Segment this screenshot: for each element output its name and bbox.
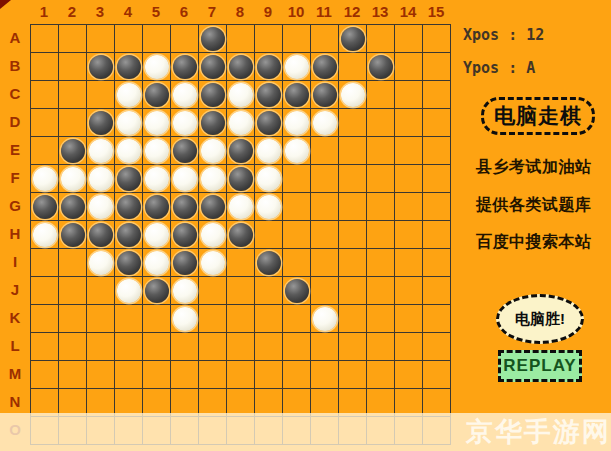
board-cell-E1[interactable] [31,137,59,165]
board-cell-H15[interactable] [423,221,451,249]
column-label-1: 1 [30,0,58,23]
board-cell-K5[interactable] [143,305,171,333]
black-stone [229,223,253,247]
board-cell-H8[interactable] [227,221,255,249]
white-stone [117,111,141,135]
board-cell-H14[interactable] [395,221,423,249]
board-cell-H11[interactable] [311,221,339,249]
board-cell-E11[interactable] [311,137,339,165]
board-cell-C14[interactable] [395,81,423,109]
board-cell-I9[interactable] [255,249,283,277]
white-stone [173,83,197,107]
black-stone [313,83,337,107]
board-cell-J8[interactable] [227,277,255,305]
white-stone [313,111,337,135]
board-cell-J3[interactable] [87,277,115,305]
board-cell-J9[interactable] [255,277,283,305]
board-cell-M12[interactable] [339,361,367,389]
column-label-10: 10 [282,0,310,23]
board-cell-E12[interactable] [339,137,367,165]
white-stone [117,279,141,303]
board-cell-G8[interactable] [227,193,255,221]
board-cell-A7[interactable] [199,25,227,53]
board-cell-K9[interactable] [255,305,283,333]
board-cell-B5[interactable] [143,53,171,81]
black-stone [341,27,365,51]
board-cell-C8[interactable] [227,81,255,109]
board-cell-G3[interactable] [87,193,115,221]
black-stone [229,167,253,191]
board-cell-H3[interactable] [87,221,115,249]
board-cell-M3[interactable] [87,361,115,389]
board-cell-G13[interactable] [367,193,395,221]
promo-line: 提供各类试题库 [476,195,596,216]
board-cell-L11[interactable] [311,333,339,361]
board-cell-F8[interactable] [227,165,255,193]
column-label-3: 3 [86,0,114,23]
board-cell-L12[interactable] [339,333,367,361]
white-stone [285,111,309,135]
board-cell-C7[interactable] [199,81,227,109]
board-cell-L15[interactable] [423,333,451,361]
white-stone [173,279,197,303]
board-cell-K11[interactable] [311,305,339,333]
watermark-text: 京华手游网 [466,413,611,451]
board-cell-G6[interactable] [171,193,199,221]
board-cell-H10[interactable] [283,221,311,249]
board-cell-K12[interactable] [339,305,367,333]
black-stone [201,195,225,219]
white-stone [89,251,113,275]
board-cell-K7[interactable] [199,305,227,333]
board-cell-K4[interactable] [115,305,143,333]
board-cell-G11[interactable] [311,193,339,221]
row-label-H: H [0,220,30,248]
column-label-9: 9 [254,0,282,23]
board-cell-B12[interactable] [339,53,367,81]
white-stone [61,167,85,191]
black-stone [173,55,197,79]
board-cell-C12[interactable] [339,81,367,109]
row-label-C: C [0,80,30,108]
board-cell-E7[interactable] [199,137,227,165]
white-stone [257,167,281,191]
black-stone [117,55,141,79]
column-label-6: 6 [170,0,198,23]
row-label-N: N [0,388,30,416]
board-cell-L4[interactable] [115,333,143,361]
board-cell-D6[interactable] [171,109,199,137]
board-cell-J6[interactable] [171,277,199,305]
board-cell-D8[interactable] [227,109,255,137]
board-cell-I2[interactable] [59,249,87,277]
board-cell-D1[interactable] [31,109,59,137]
column-label-11: 11 [310,0,338,23]
board-cell-J5[interactable] [143,277,171,305]
row-label-J: J [0,276,30,304]
board-cell-L1[interactable] [31,333,59,361]
board-cell-C10[interactable] [283,81,311,109]
black-stone [173,251,197,275]
board-cell-I12[interactable] [339,249,367,277]
board-cell-C2[interactable] [59,81,87,109]
white-stone [285,139,309,163]
row-labels: ABCDEFGHIJKLMNO [0,24,30,444]
black-stone [117,195,141,219]
board-cell-B7[interactable] [199,53,227,81]
board-cell-L9[interactable] [255,333,283,361]
board-cell-M2[interactable] [59,361,87,389]
board-cell-H1[interactable] [31,221,59,249]
board-cell-F1[interactable] [31,165,59,193]
board-cell-G14[interactable] [395,193,423,221]
white-stone [173,307,197,331]
board-cell-M10[interactable] [283,361,311,389]
black-stone [285,83,309,107]
black-stone [257,111,281,135]
black-stone [117,223,141,247]
board-cell-A2[interactable] [59,25,87,53]
board-cell-I15[interactable] [423,249,451,277]
board-cell-D4[interactable] [115,109,143,137]
board-cell-D15[interactable] [423,109,451,137]
white-stone [145,55,169,79]
board-cell-E4[interactable] [115,137,143,165]
black-stone [173,139,197,163]
board-cell-D10[interactable] [283,109,311,137]
board-cell-B10[interactable] [283,53,311,81]
white-stone [89,195,113,219]
column-label-7: 7 [198,0,226,23]
board-cell-J14[interactable] [395,277,423,305]
board-cell-H12[interactable] [339,221,367,249]
board-cell-G15[interactable] [423,193,451,221]
board-cell-K15[interactable] [423,305,451,333]
white-stone [201,223,225,247]
board-cell-D11[interactable] [311,109,339,137]
promo-line: 百度中搜索本站 [476,232,596,253]
board-cell-A9[interactable] [255,25,283,53]
board-cell-L5[interactable] [143,333,171,361]
board-cell-K3[interactable] [87,305,115,333]
row-label-B: B [0,52,30,80]
board-cell-L10[interactable] [283,333,311,361]
row-label-F: F [0,164,30,192]
black-stone [89,111,113,135]
board-cell-J7[interactable] [199,277,227,305]
board-cell-C5[interactable] [143,81,171,109]
board-cell-I11[interactable] [311,249,339,277]
board-cell-H6[interactable] [171,221,199,249]
row-label-M: M [0,360,30,388]
black-stone [201,55,225,79]
board-cell-I3[interactable] [87,249,115,277]
board-cell-L3[interactable] [87,333,115,361]
white-stone [285,55,309,79]
black-stone [89,55,113,79]
column-label-5: 5 [142,0,170,23]
board-cell-E2[interactable] [59,137,87,165]
board-cell-H5[interactable] [143,221,171,249]
board-cell-A3[interactable] [87,25,115,53]
board-cell-C11[interactable] [311,81,339,109]
board-cell-A6[interactable] [171,25,199,53]
promo-line: 县乡考试加油站 [476,157,596,178]
board-cell-G1[interactable] [31,193,59,221]
board-cell-M4[interactable] [115,361,143,389]
board-cell-A13[interactable] [367,25,395,53]
board-cell-B6[interactable] [171,53,199,81]
board-cell-M11[interactable] [311,361,339,389]
board-cell-F10[interactable] [283,165,311,193]
corner-mark [0,0,11,9]
board-cell-I4[interactable] [115,249,143,277]
white-stone [229,195,253,219]
board-cell-D5[interactable] [143,109,171,137]
board-cell-K2[interactable] [59,305,87,333]
column-label-2: 2 [58,0,86,23]
row-label-L: L [0,332,30,360]
board-cell-A10[interactable] [283,25,311,53]
white-stone [229,111,253,135]
board-cell-G5[interactable] [143,193,171,221]
black-stone [369,55,393,79]
board-cell-M1[interactable] [31,361,59,389]
board-cell-D12[interactable] [339,109,367,137]
board-cell-J2[interactable] [59,277,87,305]
row-label-G: G [0,192,30,220]
white-stone [117,83,141,107]
black-stone [61,139,85,163]
board-cell-D2[interactable] [59,109,87,137]
black-stone [145,279,169,303]
board-cell-M7[interactable] [199,361,227,389]
white-stone [313,307,337,331]
board-cell-I6[interactable] [171,249,199,277]
board-cell-L14[interactable] [395,333,423,361]
board-cell-C3[interactable] [87,81,115,109]
column-label-12: 12 [338,0,366,23]
board-cell-F15[interactable] [423,165,451,193]
white-stone [145,251,169,275]
board-cell-K8[interactable] [227,305,255,333]
board-cell-G2[interactable] [59,193,87,221]
row-label-E: E [0,136,30,164]
board-cell-B2[interactable] [59,53,87,81]
board-cell-L7[interactable] [199,333,227,361]
board-cell-D7[interactable] [199,109,227,137]
board-cell-M14[interactable] [395,361,423,389]
board-cell-K6[interactable] [171,305,199,333]
board-cell-K13[interactable] [367,305,395,333]
board-cell-I7[interactable] [199,249,227,277]
board-cell-M6[interactable] [171,361,199,389]
board-cell-A15[interactable] [423,25,451,53]
board-cell-C4[interactable] [115,81,143,109]
board-cell-E6[interactable] [171,137,199,165]
gomoku-board [30,24,451,445]
white-stone [201,139,225,163]
white-stone [257,195,281,219]
white-stone [201,167,225,191]
board-cell-D14[interactable] [395,109,423,137]
board-cell-A11[interactable] [311,25,339,53]
board-cell-A5[interactable] [143,25,171,53]
board-cell-E5[interactable] [143,137,171,165]
board-cell-H9[interactable] [255,221,283,249]
board-cell-I13[interactable] [367,249,395,277]
row-label-K: K [0,304,30,332]
white-stone [145,223,169,247]
board-cell-L8[interactable] [227,333,255,361]
board-cell-G12[interactable] [339,193,367,221]
black-stone [117,167,141,191]
column-label-4: 4 [114,0,142,23]
board-cell-L2[interactable] [59,333,87,361]
board-cell-I1[interactable] [31,249,59,277]
board-cell-F4[interactable] [115,165,143,193]
white-stone [145,139,169,163]
board-cell-A14[interactable] [395,25,423,53]
board-cell-B11[interactable] [311,53,339,81]
black-stone [173,223,197,247]
board-cell-E8[interactable] [227,137,255,165]
black-stone [229,139,253,163]
board-cell-C1[interactable] [31,81,59,109]
black-stone [173,195,197,219]
board-cell-B13[interactable] [367,53,395,81]
board-cell-B15[interactable] [423,53,451,81]
row-label-A: A [0,24,30,52]
black-stone [61,195,85,219]
board-cell-G10[interactable] [283,193,311,221]
board-cell-J1[interactable] [31,277,59,305]
board-cell-J12[interactable] [339,277,367,305]
board-cell-J10[interactable] [283,277,311,305]
board-cell-E9[interactable] [255,137,283,165]
board-cell-E13[interactable] [367,137,395,165]
black-stone [201,83,225,107]
board-cell-F12[interactable] [339,165,367,193]
board-cell-B8[interactable] [227,53,255,81]
board-cell-F3[interactable] [87,165,115,193]
board-cell-E14[interactable] [395,137,423,165]
white-stone [145,111,169,135]
board-cell-L13[interactable] [367,333,395,361]
board-cell-J11[interactable] [311,277,339,305]
board-cell-E10[interactable] [283,137,311,165]
column-label-13: 13 [366,0,394,23]
black-stone [145,83,169,107]
column-label-8: 8 [226,0,254,23]
board-cell-H13[interactable] [367,221,395,249]
board-cell-B9[interactable] [255,53,283,81]
board-cell-F6[interactable] [171,165,199,193]
board-cell-M8[interactable] [227,361,255,389]
board-cell-G9[interactable] [255,193,283,221]
board-cell-C6[interactable] [171,81,199,109]
board-cell-C13[interactable] [367,81,395,109]
board-cell-B14[interactable] [395,53,423,81]
board-cell-I10[interactable] [283,249,311,277]
board-cell-K1[interactable] [31,305,59,333]
board-cell-H7[interactable] [199,221,227,249]
board-cell-F9[interactable] [255,165,283,193]
board-cell-G4[interactable] [115,193,143,221]
board-cell-F2[interactable] [59,165,87,193]
board-cell-E3[interactable] [87,137,115,165]
board-cell-K10[interactable] [283,305,311,333]
board-cell-I5[interactable] [143,249,171,277]
board-cell-A4[interactable] [115,25,143,53]
white-stone [33,223,57,247]
column-label-15: 15 [422,0,450,23]
result-badge: 电脑胜! [496,294,584,344]
black-stone [201,111,225,135]
black-stone [229,55,253,79]
column-labels: 123456789101112131415 [30,0,450,23]
board-cell-A1[interactable] [31,25,59,53]
board-cell-E15[interactable] [423,137,451,165]
board-cell-H4[interactable] [115,221,143,249]
board-cell-A12[interactable] [339,25,367,53]
computer-move-button[interactable]: 电脑走棋 [481,97,595,135]
board-cell-C9[interactable] [255,81,283,109]
black-stone [117,251,141,275]
board-cell-C15[interactable] [423,81,451,109]
white-stone [145,167,169,191]
board-cell-F11[interactable] [311,165,339,193]
white-stone [229,83,253,107]
board-cell-G7[interactable] [199,193,227,221]
board-cell-D9[interactable] [255,109,283,137]
white-stone [257,139,281,163]
black-stone [257,55,281,79]
board-cell-D13[interactable] [367,109,395,137]
board-cell-B1[interactable] [31,53,59,81]
row-label-I: I [0,248,30,276]
board-cell-M9[interactable] [255,361,283,389]
replay-button[interactable]: REPLAY [498,350,582,382]
board-cell-J4[interactable] [115,277,143,305]
black-stone [33,195,57,219]
board-cell-F13[interactable] [367,165,395,193]
board-cell-I14[interactable] [395,249,423,277]
black-stone [313,55,337,79]
board-cell-B3[interactable] [87,53,115,81]
black-stone [285,279,309,303]
board-cell-M15[interactable] [423,361,451,389]
board-cell-M5[interactable] [143,361,171,389]
board-cell-H2[interactable] [59,221,87,249]
board-cell-F7[interactable] [199,165,227,193]
board-cell-I8[interactable] [227,249,255,277]
board-cell-A8[interactable] [227,25,255,53]
board-cell-D3[interactable] [87,109,115,137]
board-cell-K14[interactable] [395,305,423,333]
board-cell-J15[interactable] [423,277,451,305]
board-cell-B4[interactable] [115,53,143,81]
column-label-14: 14 [394,0,422,23]
board-cell-M13[interactable] [367,361,395,389]
white-stone [201,251,225,275]
board-cell-F5[interactable] [143,165,171,193]
board-cell-L6[interactable] [171,333,199,361]
board-cell-J13[interactable] [367,277,395,305]
black-stone [257,251,281,275]
black-stone [257,83,281,107]
board-cell-F14[interactable] [395,165,423,193]
